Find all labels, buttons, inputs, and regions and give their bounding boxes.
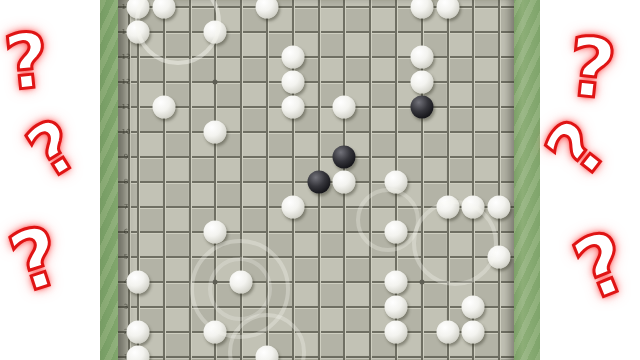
stone-black[interactable]: [307, 171, 330, 194]
stone-black[interactable]: [333, 146, 356, 169]
star-point: [419, 280, 424, 285]
row-label: 7: [118, 203, 134, 211]
row-label: 11: [118, 103, 134, 111]
question-mark: ?: [563, 18, 620, 117]
row-label: 5: [118, 253, 134, 261]
stone-white[interactable]: [385, 271, 408, 294]
stone-black[interactable]: [410, 96, 433, 119]
row-label: 8: [118, 178, 134, 186]
stone-white[interactable]: [204, 321, 227, 344]
row-label: 10: [118, 128, 134, 136]
stone-white[interactable]: [385, 296, 408, 319]
stone-white[interactable]: [462, 321, 485, 344]
stone-white[interactable]: [385, 221, 408, 244]
question-mark: ?: [0, 15, 53, 108]
stone-white[interactable]: [410, 71, 433, 94]
stone-white[interactable]: [462, 196, 485, 219]
stone-white[interactable]: [488, 246, 511, 269]
row-label: 13: [118, 53, 134, 61]
stone-white[interactable]: [333, 171, 356, 194]
stone-white[interactable]: [204, 121, 227, 144]
stone-white[interactable]: [127, 271, 150, 294]
screen: 151413121110987654321??????: [0, 0, 640, 360]
stone-white[interactable]: [281, 196, 304, 219]
row-label: 3: [118, 303, 134, 311]
row-label: 12: [118, 78, 134, 86]
stone-white[interactable]: [281, 71, 304, 94]
stone-white[interactable]: [410, 46, 433, 69]
stone-white[interactable]: [152, 96, 175, 119]
stone-white[interactable]: [204, 221, 227, 244]
stone-white[interactable]: [462, 296, 485, 319]
stone-white[interactable]: [488, 196, 511, 219]
star-point: [213, 280, 218, 285]
star-point: [213, 80, 218, 85]
stone-white[interactable]: [333, 96, 356, 119]
stone-white[interactable]: [436, 321, 459, 344]
stone-white[interactable]: [127, 321, 150, 344]
stone-white[interactable]: [127, 21, 150, 44]
stone-white[interactable]: [230, 271, 253, 294]
stone-white[interactable]: [204, 21, 227, 44]
stone-white[interactable]: [281, 96, 304, 119]
stone-white[interactable]: [436, 196, 459, 219]
stone-white[interactable]: [281, 46, 304, 69]
row-label: 6: [118, 228, 134, 236]
stone-white[interactable]: [385, 171, 408, 194]
stone-white[interactable]: [385, 321, 408, 344]
row-label: 9: [118, 153, 134, 161]
